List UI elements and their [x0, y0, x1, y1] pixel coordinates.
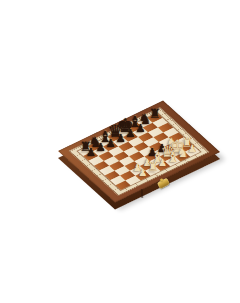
piece-white-pawn-c1: ♟ [139, 167, 148, 177]
piece-white-pawn-e1: ♟ [158, 158, 167, 168]
pieces-layer: ♜♞♝♛♚♝♞♜♟♟♟♟♟♟♟♟♞♟♟♝♛♚♜♟♜♟♝♞♟ [0, 0, 240, 303]
piece-black-pawn-e7: ♟ [126, 128, 136, 139]
piece-white-pawn-h1: ♟ [188, 144, 197, 154]
piece-white-rook-d1: ♜ [148, 161, 159, 173]
piece-black-pawn-a7: ♟ [86, 147, 96, 158]
product-photo[interactable]: ♜♞♝♛♚♝♞♜♟♟♟♟♟♟♟♟♞♟♟♝♛♚♜♟♜♟♝♞♟ [0, 0, 240, 303]
piece-white-bishop-f1: ♝ [166, 150, 179, 164]
piece-black-pawn-c7: ♟ [106, 137, 116, 148]
piece-black-pawn-d7: ♟ [116, 133, 126, 144]
piece-black-pawn-b7: ♟ [96, 142, 106, 153]
piece-black-pawn-f7: ♟ [136, 123, 146, 134]
